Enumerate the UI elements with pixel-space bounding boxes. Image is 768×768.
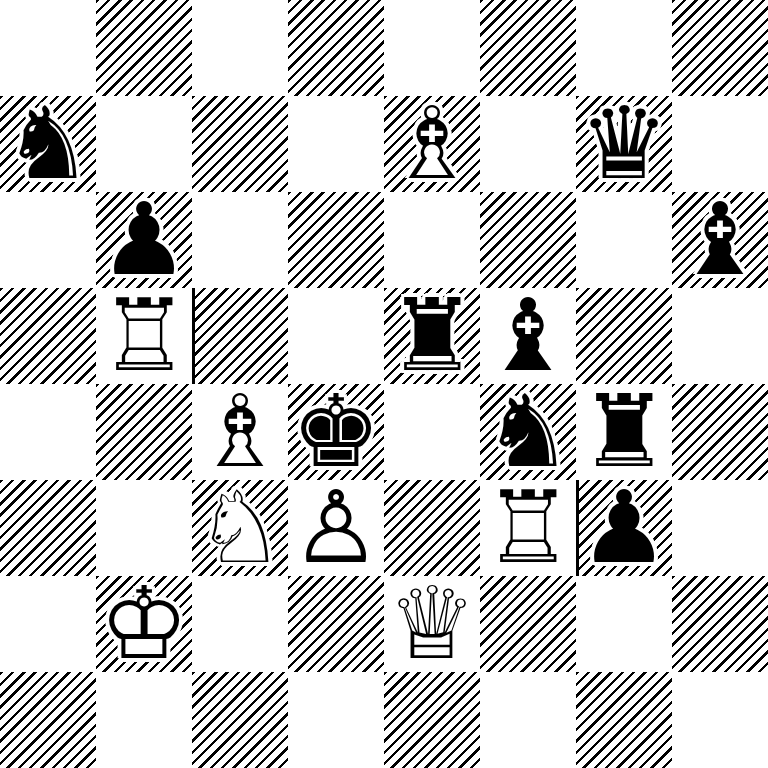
white-pawn-icon: ♙ [288, 480, 384, 576]
white-knight-icon: ♘ [192, 480, 288, 576]
square-b7[interactable] [96, 96, 192, 192]
white-rook-halo: ♜ [480, 480, 576, 576]
square-c5[interactable] [192, 288, 288, 384]
square-a1[interactable] [0, 672, 96, 768]
white-bishop-icon: ♗ [384, 96, 480, 192]
piece-black-knight: ♞♞ [480, 384, 576, 480]
white-queen-halo: ♛ [384, 576, 480, 672]
white-rook-icon: ♖ [480, 480, 576, 576]
square-d8[interactable] [288, 0, 384, 96]
piece-black-bishop: ♝♝ [672, 192, 768, 288]
piece-black-pawn: ♟♟ [576, 480, 672, 576]
square-d2[interactable] [288, 576, 384, 672]
white-bishop-halo: ♝ [192, 384, 288, 480]
white-rook-icon: ♖ [96, 288, 192, 384]
black-queen-halo: ♛ [576, 96, 672, 192]
white-knight-halo: ♞ [192, 480, 288, 576]
piece-black-rook: ♜♜ [576, 384, 672, 480]
square-f6[interactable] [480, 192, 576, 288]
black-bishop-icon: ♝ [672, 192, 768, 288]
square-h8[interactable] [672, 0, 768, 96]
square-a2[interactable] [0, 576, 96, 672]
square-edge-line-1 [192, 288, 195, 384]
square-d3[interactable]: ♟♙ [288, 480, 384, 576]
black-pawn-icon: ♟ [96, 192, 192, 288]
black-rook-halo: ♜ [384, 288, 480, 384]
piece-white-queen: ♛♕ [384, 576, 480, 672]
black-bishop-halo: ♝ [672, 192, 768, 288]
square-d4[interactable]: ♚♚ [288, 384, 384, 480]
square-b3[interactable] [96, 480, 192, 576]
white-bishop-halo: ♝ [384, 96, 480, 192]
piece-black-rook: ♜♜ [384, 288, 480, 384]
square-b4[interactable] [96, 384, 192, 480]
chess-board: ♞♞♝♗♛♛♟♟♝♝♜♖♜♜♝♝♝♗♚♚♞♞♜♜♞♘♟♙♜♖♟♟♚♔♛♕ [0, 0, 768, 768]
square-f7[interactable] [480, 96, 576, 192]
square-e1[interactable] [384, 672, 480, 768]
piece-black-pawn: ♟♟ [96, 192, 192, 288]
black-rook-icon: ♜ [576, 384, 672, 480]
square-g7[interactable]: ♛♛ [576, 96, 672, 192]
square-h3[interactable] [672, 480, 768, 576]
square-f4[interactable]: ♞♞ [480, 384, 576, 480]
square-b2[interactable]: ♚♔ [96, 576, 192, 672]
square-e8[interactable] [384, 0, 480, 96]
piece-white-rook: ♜♖ [96, 288, 192, 384]
white-king-halo: ♚ [96, 576, 192, 672]
square-c1[interactable] [192, 672, 288, 768]
square-f8[interactable] [480, 0, 576, 96]
black-pawn-halo: ♟ [96, 192, 192, 288]
square-c7[interactable] [192, 96, 288, 192]
square-a4[interactable] [0, 384, 96, 480]
white-pawn-halo: ♟ [288, 480, 384, 576]
square-g1[interactable] [576, 672, 672, 768]
square-d5[interactable] [288, 288, 384, 384]
square-a6[interactable] [0, 192, 96, 288]
square-e7[interactable]: ♝♗ [384, 96, 480, 192]
square-h2[interactable] [672, 576, 768, 672]
piece-white-king: ♚♔ [96, 576, 192, 672]
black-bishop-icon: ♝ [480, 288, 576, 384]
black-knight-halo: ♞ [0, 96, 96, 192]
piece-black-bishop: ♝♝ [480, 288, 576, 384]
square-f1[interactable] [480, 672, 576, 768]
square-c8[interactable] [192, 0, 288, 96]
square-d6[interactable] [288, 192, 384, 288]
square-f5[interactable]: ♝♝ [480, 288, 576, 384]
square-e6[interactable] [384, 192, 480, 288]
square-b5[interactable]: ♜♖ [96, 288, 192, 384]
square-d1[interactable] [288, 672, 384, 768]
square-b8[interactable] [96, 0, 192, 96]
black-knight-icon: ♞ [480, 384, 576, 480]
square-h7[interactable] [672, 96, 768, 192]
square-f2[interactable] [480, 576, 576, 672]
square-a3[interactable] [0, 480, 96, 576]
square-e4[interactable] [384, 384, 480, 480]
square-g2[interactable] [576, 576, 672, 672]
piece-white-pawn: ♟♙ [288, 480, 384, 576]
black-pawn-icon: ♟ [576, 480, 672, 576]
square-d7[interactable] [288, 96, 384, 192]
square-b6[interactable]: ♟♟ [96, 192, 192, 288]
black-king-icon: ♚ [288, 384, 384, 480]
black-queen-icon: ♛ [576, 96, 672, 192]
square-h1[interactable] [672, 672, 768, 768]
piece-white-knight: ♞♘ [192, 480, 288, 576]
square-e5[interactable]: ♜♜ [384, 288, 480, 384]
piece-black-king: ♚♚ [288, 384, 384, 480]
piece-white-rook: ♜♖ [480, 480, 576, 576]
piece-black-knight: ♞♞ [0, 96, 96, 192]
piece-white-bishop: ♝♗ [384, 96, 480, 192]
square-c2[interactable] [192, 576, 288, 672]
black-rook-halo: ♜ [576, 384, 672, 480]
piece-white-bishop: ♝♗ [192, 384, 288, 480]
square-e2[interactable]: ♛♕ [384, 576, 480, 672]
square-g5[interactable] [576, 288, 672, 384]
square-a5[interactable] [0, 288, 96, 384]
square-c3[interactable]: ♞♘ [192, 480, 288, 576]
black-knight-icon: ♞ [0, 96, 96, 192]
square-a8[interactable] [0, 0, 96, 96]
square-e3[interactable] [384, 480, 480, 576]
square-g6[interactable] [576, 192, 672, 288]
square-g8[interactable] [576, 0, 672, 96]
square-g3[interactable]: ♟♟ [576, 480, 672, 576]
square-edge-line-2 [576, 480, 579, 576]
black-knight-halo: ♞ [480, 384, 576, 480]
square-f3[interactable]: ♜♖ [480, 480, 576, 576]
black-pawn-halo: ♟ [576, 480, 672, 576]
black-rook-icon: ♜ [384, 288, 480, 384]
square-h6[interactable]: ♝♝ [672, 192, 768, 288]
square-c4[interactable]: ♝♗ [192, 384, 288, 480]
square-c6[interactable] [192, 192, 288, 288]
white-rook-halo: ♜ [96, 288, 192, 384]
square-h5[interactable] [672, 288, 768, 384]
square-a7[interactable]: ♞♞ [0, 96, 96, 192]
square-b1[interactable] [96, 672, 192, 768]
piece-black-queen: ♛♛ [576, 96, 672, 192]
white-king-icon: ♔ [96, 576, 192, 672]
black-bishop-halo: ♝ [480, 288, 576, 384]
white-bishop-icon: ♗ [192, 384, 288, 480]
square-h4[interactable] [672, 384, 768, 480]
square-g4[interactable]: ♜♜ [576, 384, 672, 480]
black-king-halo: ♚ [288, 384, 384, 480]
white-queen-icon: ♕ [384, 576, 480, 672]
